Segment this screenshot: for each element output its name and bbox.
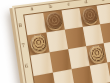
rank-label-6: 6 (23, 63, 30, 69)
square-e8[interactable] (97, 3, 110, 24)
board-grid (23, 0, 110, 83)
checker-piece-dark[interactable] (81, 7, 99, 25)
rank-label-7: 7 (20, 42, 27, 48)
checker-piece-light[interactable] (29, 34, 48, 54)
checker-piece-light[interactable] (88, 44, 106, 63)
rank-label-8: 8 (17, 22, 24, 28)
photo-scene: 87654321 abcdefgh (0, 0, 110, 83)
checker-piece-dark[interactable] (45, 12, 63, 31)
checkers-board: 87654321 abcdefgh (12, 0, 110, 83)
